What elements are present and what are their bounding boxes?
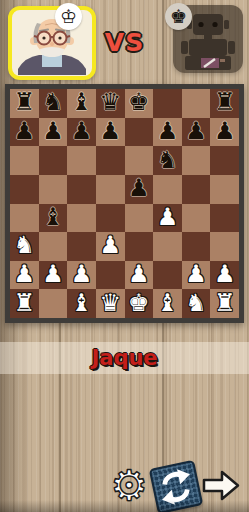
square-f5[interactable] — [153, 175, 182, 204]
square-h7[interactable]: ♟ — [210, 118, 239, 147]
black-king-badge-glyph: ♚ — [170, 3, 187, 30]
square-c6[interactable] — [67, 146, 96, 175]
black-king-badge: ♚ — [165, 3, 192, 30]
square-d7[interactable]: ♟ — [96, 118, 125, 147]
square-e6[interactable] — [125, 146, 154, 175]
square-b8[interactable]: ♞ — [39, 89, 68, 118]
square-e3[interactable] — [125, 232, 154, 261]
white-queen: ♛ — [99, 291, 121, 315]
black-pawn: ♟ — [42, 119, 64, 143]
white-rook: ♜ — [14, 291, 36, 315]
square-c7[interactable]: ♟ — [67, 118, 96, 147]
white-king: ♚ — [128, 291, 150, 315]
square-h1[interactable]: ♜ — [210, 289, 239, 318]
status-banner: Jaque — [0, 342, 249, 374]
square-e1[interactable]: ♚ — [125, 289, 154, 318]
square-d6[interactable] — [96, 146, 125, 175]
square-e5[interactable]: ♟ — [125, 175, 154, 204]
square-b7[interactable]: ♟ — [39, 118, 68, 147]
square-d3[interactable]: ♟ — [96, 232, 125, 261]
square-b3[interactable] — [39, 232, 68, 261]
black-bishop: ♝ — [71, 90, 93, 114]
black-pawn: ♟ — [128, 176, 150, 200]
square-a4[interactable] — [10, 204, 39, 233]
square-a2[interactable]: ♟ — [10, 261, 39, 290]
white-bishop: ♝ — [71, 291, 93, 315]
square-g2[interactable]: ♟ — [182, 261, 211, 290]
square-b2[interactable]: ♟ — [39, 261, 68, 290]
white-pawn: ♟ — [128, 262, 150, 286]
square-d8[interactable]: ♛ — [96, 89, 125, 118]
square-g4[interactable] — [182, 204, 211, 233]
square-f4[interactable]: ♟ — [153, 204, 182, 233]
white-pawn: ♟ — [157, 205, 179, 229]
square-b4[interactable]: ♝ — [39, 204, 68, 233]
square-d2[interactable] — [96, 261, 125, 290]
square-g3[interactable] — [182, 232, 211, 261]
white-pawn: ♟ — [14, 262, 36, 286]
square-h8[interactable]: ♜ — [210, 89, 239, 118]
square-f6[interactable]: ♞ — [153, 146, 182, 175]
square-f2[interactable] — [153, 261, 182, 290]
black-pawn: ♟ — [157, 119, 179, 143]
square-a6[interactable] — [10, 146, 39, 175]
square-h2[interactable]: ♟ — [210, 261, 239, 290]
square-d4[interactable] — [96, 204, 125, 233]
square-f7[interactable]: ♟ — [153, 118, 182, 147]
black-knight: ♞ — [157, 148, 179, 172]
square-e2[interactable]: ♟ — [125, 261, 154, 290]
app-screen: ♔ VS ♚ ♜♞♝♛♚♜♟♟♟♟♟♟♟♞♟♝♟♞♟♟♟♟ — [0, 0, 249, 512]
black-pawn: ♟ — [99, 119, 121, 143]
square-b1[interactable] — [39, 289, 68, 318]
white-pawn: ♟ — [71, 262, 93, 286]
black-bishop: ♝ — [42, 205, 64, 229]
square-c4[interactable] — [67, 204, 96, 233]
chess-board: ♜♞♝♛♚♜♟♟♟♟♟♟♟♞♟♝♟♞♟♟♟♟♟♟♟♜♝♛♚♝♞♜ — [10, 89, 239, 318]
square-c5[interactable] — [67, 175, 96, 204]
next-button[interactable] — [201, 469, 241, 502]
square-c8[interactable]: ♝ — [67, 89, 96, 118]
square-g6[interactable] — [182, 146, 211, 175]
black-pawn: ♟ — [214, 119, 236, 143]
square-a5[interactable] — [10, 175, 39, 204]
white-bishop: ♝ — [157, 291, 179, 315]
black-king: ♚ — [128, 90, 150, 114]
square-h4[interactable] — [210, 204, 239, 233]
white-rook: ♜ — [214, 291, 236, 315]
square-g1[interactable]: ♞ — [182, 289, 211, 318]
square-e8[interactable]: ♚ — [125, 89, 154, 118]
white-knight: ♞ — [185, 291, 207, 315]
check-status-text: Jaque — [91, 346, 157, 370]
black-rook: ♜ — [14, 90, 36, 114]
square-h5[interactable] — [210, 175, 239, 204]
square-d1[interactable]: ♛ — [96, 289, 125, 318]
chess-board-frame: ♜♞♝♛♚♜♟♟♟♟♟♟♟♞♟♝♟♞♟♟♟♟♟♟♟♜♝♛♚♝♞♜ — [5, 84, 244, 323]
square-b5[interactable] — [39, 175, 68, 204]
square-g5[interactable] — [182, 175, 211, 204]
square-e7[interactable] — [125, 118, 154, 147]
white-king-badge-glyph: ♔ — [60, 3, 77, 30]
right-arrow-icon — [201, 469, 241, 502]
square-h6[interactable] — [210, 146, 239, 175]
white-pawn: ♟ — [214, 262, 236, 286]
square-h3[interactable] — [210, 232, 239, 261]
black-pawn: ♟ — [71, 119, 93, 143]
black-pawn: ♟ — [185, 119, 207, 143]
square-c1[interactable]: ♝ — [67, 289, 96, 318]
white-pawn: ♟ — [42, 262, 64, 286]
square-a8[interactable]: ♜ — [10, 89, 39, 118]
bottom-shadow — [0, 500, 249, 512]
square-g7[interactable]: ♟ — [182, 118, 211, 147]
square-f1[interactable]: ♝ — [153, 289, 182, 318]
square-a3[interactable]: ♞ — [10, 232, 39, 261]
black-pawn: ♟ — [14, 119, 36, 143]
white-knight: ♞ — [14, 233, 36, 257]
black-queen: ♛ — [99, 90, 121, 114]
square-f3[interactable] — [153, 232, 182, 261]
square-b6[interactable] — [39, 146, 68, 175]
white-pawn: ♟ — [99, 233, 121, 257]
square-c3[interactable] — [67, 232, 96, 261]
black-rook: ♜ — [214, 90, 236, 114]
white-king-badge: ♔ — [55, 3, 82, 30]
square-a1[interactable]: ♜ — [10, 289, 39, 318]
square-g8[interactable] — [182, 89, 211, 118]
square-d5[interactable] — [96, 175, 125, 204]
white-pawn: ♟ — [185, 262, 207, 286]
square-f8[interactable] — [153, 89, 182, 118]
square-a7[interactable]: ♟ — [10, 118, 39, 147]
square-c2[interactable]: ♟ — [67, 261, 96, 290]
square-e4[interactable] — [125, 204, 154, 233]
black-knight: ♞ — [42, 90, 64, 114]
